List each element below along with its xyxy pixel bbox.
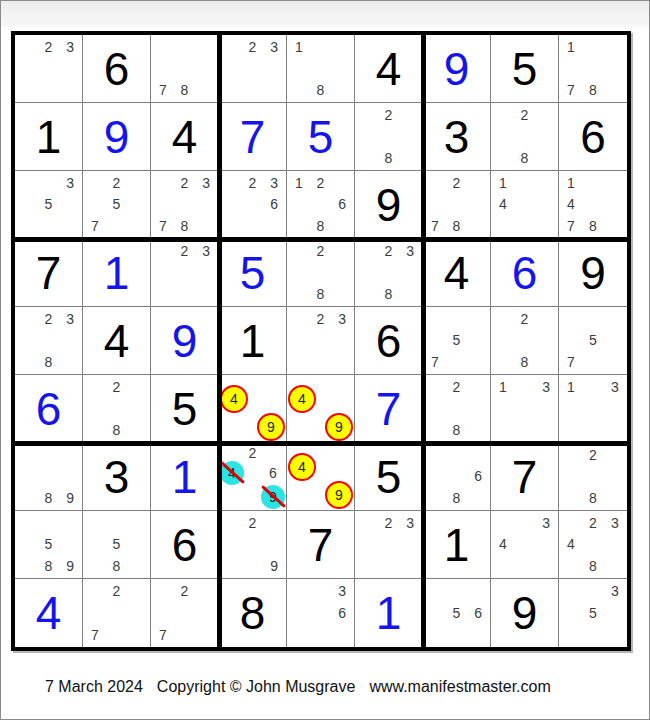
empty-candidate-spot bbox=[356, 283, 378, 305]
cell-r7c7[interactable]: 68 bbox=[423, 443, 491, 511]
empty-candidate-spot bbox=[16, 512, 38, 534]
cell-r4c4[interactable]: 5 bbox=[219, 239, 287, 307]
empty-candidate-spot bbox=[288, 194, 310, 216]
candidate-8: 8 bbox=[106, 555, 128, 577]
cell-r7c5[interactable]: 49 bbox=[287, 443, 355, 511]
candidate-9: 9 bbox=[257, 413, 285, 441]
cell-r3c6[interactable]: 9 bbox=[355, 171, 423, 239]
candidate-2: 2 bbox=[378, 240, 400, 262]
cell-r1c2[interactable]: 6 bbox=[83, 35, 151, 103]
cell-r9c5[interactable]: 36 bbox=[287, 579, 355, 647]
candidate-grid: 57 bbox=[560, 308, 626, 373]
cell-r8c5[interactable]: 7 bbox=[287, 511, 355, 579]
candidate-4: 4 bbox=[288, 453, 316, 481]
empty-candidate-spot bbox=[467, 351, 489, 373]
cell-r8c3[interactable]: 6 bbox=[151, 511, 219, 579]
empty-candidate-spot bbox=[492, 104, 514, 126]
empty-candidate-spot bbox=[59, 58, 81, 80]
empty-candidate-spot bbox=[257, 385, 285, 413]
cell-r2c6[interactable]: 28 bbox=[355, 103, 423, 171]
cell-r3c4[interactable]: 236 bbox=[219, 171, 287, 239]
empty-candidate-spot bbox=[248, 376, 257, 385]
empty-candidate-spot bbox=[220, 555, 242, 577]
candidate-7: 7 bbox=[152, 215, 174, 237]
empty-candidate-spot bbox=[127, 172, 149, 194]
empty-candidate-spot bbox=[399, 126, 421, 148]
empty-candidate-spot bbox=[492, 419, 514, 441]
candidate-grid: 278 bbox=[424, 172, 489, 237]
empty-candidate-spot bbox=[399, 104, 421, 126]
eliminated-candidate-circle: 9 bbox=[261, 485, 285, 509]
cell-r6c1[interactable]: 6 bbox=[15, 375, 83, 443]
cell-r6c6[interactable]: 7 bbox=[355, 375, 423, 443]
empty-candidate-spot bbox=[560, 58, 582, 80]
candidate-grid: 28 bbox=[84, 376, 149, 441]
cell-r5c8[interactable]: 28 bbox=[491, 307, 559, 375]
empty-candidate-spot bbox=[84, 555, 106, 577]
given-digit: 1 bbox=[219, 307, 286, 374]
candidate-7: 7 bbox=[560, 79, 582, 101]
cell-r1c1[interactable]: 23 bbox=[15, 35, 83, 103]
eliminated-candidate-circle: 4 bbox=[220, 461, 244, 485]
candidate-4: 4 bbox=[288, 385, 316, 413]
candidate-grid: 27 bbox=[84, 580, 149, 646]
cell-r1c5[interactable]: 18 bbox=[287, 35, 355, 103]
candidate-9: 9 bbox=[325, 481, 353, 509]
empty-candidate-spot bbox=[535, 534, 557, 556]
empty-candidate-spot bbox=[288, 262, 310, 284]
given-digit: 9 bbox=[355, 171, 422, 238]
empty-candidate-spot bbox=[59, 215, 81, 237]
empty-candidate-spot bbox=[16, 36, 38, 58]
candidate-3: 3 bbox=[331, 308, 353, 330]
given-digit: 1 bbox=[423, 511, 490, 578]
empty-candidate-spot bbox=[288, 283, 310, 305]
empty-candidate-spot bbox=[220, 485, 244, 509]
empty-candidate-spot bbox=[84, 194, 106, 216]
cell-r6c8[interactable]: 13 bbox=[491, 375, 559, 443]
empty-candidate-spot bbox=[152, 240, 174, 262]
empty-candidate-spot bbox=[59, 351, 81, 373]
candidate-2: 2 bbox=[514, 308, 536, 330]
empty-candidate-spot bbox=[84, 398, 106, 420]
cell-r7c8[interactable]: 7 bbox=[491, 443, 559, 511]
entered-digit: 6 bbox=[15, 375, 82, 442]
empty-candidate-spot bbox=[127, 555, 149, 577]
candidate-3: 3 bbox=[535, 512, 557, 534]
cell-r4c5[interactable]: 28 bbox=[287, 239, 355, 307]
empty-candidate-spot bbox=[242, 79, 264, 101]
cell-r1c6[interactable]: 4 bbox=[355, 35, 423, 103]
candidate-grid: 257 bbox=[84, 172, 149, 237]
candidate-5: 5 bbox=[106, 534, 128, 556]
empty-candidate-spot bbox=[492, 555, 514, 577]
empty-candidate-spot bbox=[399, 534, 421, 556]
empty-candidate-spot bbox=[16, 215, 38, 237]
empty-candidate-spot bbox=[220, 79, 242, 101]
empty-candidate-spot bbox=[331, 624, 353, 646]
cell-r7c9[interactable]: 28 bbox=[559, 443, 627, 511]
candidate-9: 9 bbox=[261, 485, 285, 509]
cell-r7c3[interactable]: 1 bbox=[151, 443, 219, 511]
empty-candidate-spot bbox=[288, 376, 316, 385]
empty-candidate-spot bbox=[535, 555, 557, 577]
cell-r8c2[interactable]: 58 bbox=[83, 511, 151, 579]
entered-digit: 5 bbox=[219, 239, 286, 306]
given-digit: 4 bbox=[355, 35, 422, 102]
empty-candidate-spot bbox=[195, 36, 217, 58]
empty-candidate-spot bbox=[378, 126, 400, 148]
empty-candidate-spot bbox=[604, 58, 626, 80]
candidate-7: 7 bbox=[84, 215, 106, 237]
empty-candidate-spot bbox=[331, 215, 353, 237]
candidate-3: 3 bbox=[263, 172, 285, 194]
cell-r5c6[interactable]: 6 bbox=[355, 307, 423, 375]
candidate-6: 6 bbox=[261, 461, 285, 485]
empty-candidate-spot bbox=[242, 194, 264, 216]
cell-r4c6[interactable]: 238 bbox=[355, 239, 423, 307]
cell-r9c4[interactable]: 8 bbox=[219, 579, 287, 647]
cell-r6c3[interactable]: 5 bbox=[151, 375, 219, 443]
given-digit: 5 bbox=[151, 375, 218, 442]
given-digit: 3 bbox=[83, 443, 150, 510]
cell-r7c6[interactable]: 5 bbox=[355, 443, 423, 511]
candidate-8: 8 bbox=[174, 215, 196, 237]
cell-r5c7[interactable]: 57 bbox=[423, 307, 491, 375]
empty-candidate-spot bbox=[446, 624, 468, 646]
empty-candidate-spot bbox=[446, 580, 468, 602]
given-digit: 6 bbox=[559, 103, 627, 170]
empty-candidate-spot bbox=[514, 555, 536, 577]
empty-candidate-spot bbox=[288, 602, 310, 624]
empty-candidate-spot bbox=[59, 512, 81, 534]
empty-candidate-spot bbox=[38, 58, 60, 80]
cell-r2c9[interactable]: 6 bbox=[559, 103, 627, 171]
empty-candidate-spot bbox=[424, 376, 446, 398]
cell-r9c7[interactable]: 56 bbox=[423, 579, 491, 647]
empty-candidate-spot bbox=[535, 104, 557, 126]
empty-candidate-spot bbox=[424, 487, 446, 509]
candidate-2: 2 bbox=[242, 36, 264, 58]
candidate-5: 5 bbox=[38, 534, 60, 556]
candidate-grid: 28 bbox=[288, 240, 353, 305]
candidate-2: 2 bbox=[378, 512, 400, 534]
cell-r7c2[interactable]: 3 bbox=[83, 443, 151, 511]
cell-r4c3[interactable]: 23 bbox=[151, 239, 219, 307]
empty-candidate-spot bbox=[220, 413, 248, 441]
empty-candidate-spot bbox=[514, 172, 536, 194]
entered-digit: 1 bbox=[151, 443, 218, 510]
empty-candidate-spot bbox=[288, 413, 316, 441]
given-digit: 8 bbox=[219, 579, 286, 647]
candidate-grid: 28 bbox=[424, 376, 489, 441]
empty-candidate-spot bbox=[492, 398, 514, 420]
empty-candidate-spot bbox=[535, 330, 557, 352]
candidate-9: 9 bbox=[325, 413, 353, 441]
empty-candidate-spot bbox=[356, 512, 378, 534]
cell-r6c9[interactable]: 13 bbox=[559, 375, 627, 443]
candidate-5: 5 bbox=[582, 602, 604, 624]
candidate-grid: 23 bbox=[288, 308, 353, 373]
empty-candidate-spot bbox=[38, 79, 60, 101]
candidate-8: 8 bbox=[582, 555, 604, 577]
given-digit: 4 bbox=[151, 103, 218, 170]
cell-r6c7[interactable]: 28 bbox=[423, 375, 491, 443]
cell-r1c4[interactable]: 23 bbox=[219, 35, 287, 103]
empty-candidate-spot bbox=[424, 444, 446, 466]
candidate-8: 8 bbox=[38, 487, 60, 509]
empty-candidate-spot bbox=[195, 58, 217, 80]
cell-r5c5[interactable]: 23 bbox=[287, 307, 355, 375]
empty-candidate-spot bbox=[582, 58, 604, 80]
empty-candidate-spot bbox=[325, 453, 353, 481]
candidate-2: 2 bbox=[446, 376, 468, 398]
cell-r8c4[interactable]: 29 bbox=[219, 511, 287, 579]
empty-candidate-spot bbox=[16, 466, 38, 488]
empty-candidate-spot bbox=[106, 398, 128, 420]
empty-candidate-spot bbox=[195, 580, 217, 602]
candidate-grid: 238 bbox=[16, 308, 81, 373]
cell-r7c1[interactable]: 89 bbox=[15, 443, 83, 511]
cell-r5c3[interactable]: 9 bbox=[151, 307, 219, 375]
empty-candidate-spot bbox=[560, 419, 582, 441]
empty-candidate-spot bbox=[467, 215, 489, 237]
thick-gridline-vertical-1 bbox=[217, 35, 222, 647]
cell-r2c7[interactable]: 3 bbox=[423, 103, 491, 171]
empty-candidate-spot bbox=[127, 398, 149, 420]
empty-candidate-spot bbox=[220, 36, 242, 58]
empty-candidate-spot bbox=[174, 283, 196, 305]
cell-r2c4[interactable]: 7 bbox=[219, 103, 287, 171]
candidate-2: 2 bbox=[582, 444, 604, 466]
cell-r9c2[interactable]: 27 bbox=[83, 579, 151, 647]
empty-candidate-spot bbox=[127, 580, 149, 602]
empty-candidate-spot bbox=[316, 413, 325, 441]
empty-candidate-spot bbox=[582, 398, 604, 420]
cell-r4c2[interactable]: 1 bbox=[83, 239, 151, 307]
cell-r8c9[interactable]: 2348 bbox=[559, 511, 627, 579]
entered-digit: 9 bbox=[151, 307, 218, 374]
empty-candidate-spot bbox=[152, 262, 174, 284]
cell-r1c3[interactable]: 78 bbox=[151, 35, 219, 103]
cell-r6c4[interactable]: 49 bbox=[219, 375, 287, 443]
candidate-2: 2 bbox=[106, 376, 128, 398]
candidate-grid: 13 bbox=[492, 376, 557, 441]
empty-candidate-spot bbox=[467, 580, 489, 602]
entered-digit: 9 bbox=[423, 35, 490, 102]
empty-candidate-spot bbox=[127, 376, 149, 398]
candidate-2: 2 bbox=[174, 240, 196, 262]
cell-r4c1[interactable]: 7 bbox=[15, 239, 83, 307]
candidate-8: 8 bbox=[106, 419, 128, 441]
candidate-8: 8 bbox=[310, 215, 332, 237]
cell-r4c7[interactable]: 4 bbox=[423, 239, 491, 307]
candidate-8: 8 bbox=[310, 283, 332, 305]
cell-r1c7[interactable]: 9 bbox=[423, 35, 491, 103]
candidate-8: 8 bbox=[446, 215, 468, 237]
candidate-6: 6 bbox=[467, 466, 489, 488]
empty-candidate-spot bbox=[152, 58, 174, 80]
empty-candidate-spot bbox=[174, 602, 196, 624]
empty-candidate-spot bbox=[331, 172, 353, 194]
empty-candidate-spot bbox=[560, 466, 582, 488]
candidate-2: 2 bbox=[310, 172, 332, 194]
empty-candidate-spot bbox=[38, 215, 60, 237]
empty-candidate-spot bbox=[263, 215, 285, 237]
cell-r5c2[interactable]: 4 bbox=[83, 307, 151, 375]
candidate-8: 8 bbox=[582, 215, 604, 237]
cell-r8c7[interactable]: 1 bbox=[423, 511, 491, 579]
candidate-2: 2 bbox=[38, 308, 60, 330]
cell-r2c5[interactable]: 5 bbox=[287, 103, 355, 171]
entered-digit: 7 bbox=[219, 103, 286, 170]
candidate-3: 3 bbox=[399, 512, 421, 534]
empty-candidate-spot bbox=[604, 534, 626, 556]
empty-candidate-spot bbox=[16, 172, 38, 194]
empty-candidate-spot bbox=[604, 330, 626, 352]
empty-candidate-spot bbox=[310, 351, 332, 373]
candidate-8: 8 bbox=[38, 555, 60, 577]
empty-candidate-spot bbox=[16, 555, 38, 577]
empty-candidate-spot bbox=[535, 194, 557, 216]
cell-r4c8[interactable]: 6 bbox=[491, 239, 559, 307]
cell-r3c2[interactable]: 257 bbox=[83, 171, 151, 239]
candidate-8: 8 bbox=[310, 79, 332, 101]
empty-candidate-spot bbox=[399, 555, 421, 577]
candidate-9: 9 bbox=[59, 487, 81, 509]
empty-candidate-spot bbox=[604, 419, 626, 441]
empty-candidate-spot bbox=[467, 194, 489, 216]
empty-candidate-spot bbox=[248, 413, 257, 441]
empty-candidate-spot bbox=[38, 330, 60, 352]
cell-r2c3[interactable]: 4 bbox=[151, 103, 219, 171]
empty-candidate-spot bbox=[263, 79, 285, 101]
empty-candidate-spot bbox=[582, 194, 604, 216]
empty-candidate-spot bbox=[604, 194, 626, 216]
empty-candidate-spot bbox=[220, 512, 242, 534]
empty-candidate-spot bbox=[560, 624, 582, 646]
candidate-grid: 29 bbox=[220, 512, 285, 577]
cell-r1c8[interactable]: 5 bbox=[491, 35, 559, 103]
given-digit: 7 bbox=[491, 443, 558, 510]
given-digit: 6 bbox=[151, 511, 218, 578]
empty-candidate-spot bbox=[582, 376, 604, 398]
cell-r7c4[interactable]: 2469 bbox=[219, 443, 287, 511]
empty-candidate-spot bbox=[310, 262, 332, 284]
empty-candidate-spot bbox=[356, 126, 378, 148]
cell-r3c7[interactable]: 278 bbox=[423, 171, 491, 239]
candidate-7: 7 bbox=[424, 215, 446, 237]
empty-candidate-spot bbox=[263, 512, 285, 534]
empty-candidate-spot bbox=[16, 308, 38, 330]
empty-candidate-spot bbox=[331, 283, 353, 305]
empty-candidate-spot bbox=[152, 172, 174, 194]
highlighted-candidate-circle: 4 bbox=[288, 453, 316, 481]
cell-r8c6[interactable]: 23 bbox=[355, 511, 423, 579]
candidate-grid: 178 bbox=[560, 36, 626, 101]
entered-digit: 4 bbox=[15, 579, 82, 647]
candidate-grid: 35 bbox=[16, 172, 81, 237]
empty-candidate-spot bbox=[127, 512, 149, 534]
empty-candidate-spot bbox=[604, 466, 626, 488]
empty-candidate-spot bbox=[84, 602, 106, 624]
empty-candidate-spot bbox=[288, 240, 310, 262]
cell-r3c3[interactable]: 2378 bbox=[151, 171, 219, 239]
entered-digit: 7 bbox=[355, 375, 422, 442]
candidate-2: 2 bbox=[244, 444, 261, 461]
sudoku-board: 2367823184951781947528328635257237823612… bbox=[11, 31, 631, 651]
candidate-grid: 23 bbox=[220, 36, 285, 101]
cell-r3c1[interactable]: 35 bbox=[15, 171, 83, 239]
cell-r6c5[interactable]: 49 bbox=[287, 375, 355, 443]
empty-candidate-spot bbox=[446, 351, 468, 373]
empty-candidate-spot bbox=[310, 36, 332, 58]
cell-r5c9[interactable]: 57 bbox=[559, 307, 627, 375]
empty-candidate-spot bbox=[242, 215, 264, 237]
cell-r8c8[interactable]: 34 bbox=[491, 511, 559, 579]
empty-candidate-spot bbox=[195, 194, 217, 216]
cell-r9c6[interactable]: 1 bbox=[355, 579, 423, 647]
candidate-5: 5 bbox=[446, 330, 468, 352]
candidate-grid: 36 bbox=[288, 580, 353, 646]
cell-r2c2[interactable]: 9 bbox=[83, 103, 151, 171]
cell-r3c8[interactable]: 14 bbox=[491, 171, 559, 239]
empty-candidate-spot bbox=[604, 215, 626, 237]
empty-candidate-spot bbox=[316, 376, 325, 385]
candidate-grid: 57 bbox=[424, 308, 489, 373]
cell-r5c1[interactable]: 238 bbox=[15, 307, 83, 375]
candidate-4: 4 bbox=[560, 194, 582, 216]
cell-r9c1[interactable]: 4 bbox=[15, 579, 83, 647]
cell-r1c9[interactable]: 178 bbox=[559, 35, 627, 103]
empty-candidate-spot bbox=[106, 512, 128, 534]
empty-candidate-spot bbox=[467, 172, 489, 194]
cell-r3c5[interactable]: 1268 bbox=[287, 171, 355, 239]
cell-r2c1[interactable]: 1 bbox=[15, 103, 83, 171]
candidate-grid: 49 bbox=[288, 376, 353, 441]
cell-r8c1[interactable]: 589 bbox=[15, 511, 83, 579]
candidate-grid: 28 bbox=[492, 308, 557, 373]
cell-r9c9[interactable]: 35 bbox=[559, 579, 627, 647]
empty-candidate-spot bbox=[59, 444, 81, 466]
cell-r9c3[interactable]: 27 bbox=[151, 579, 219, 647]
empty-candidate-spot bbox=[127, 194, 149, 216]
empty-candidate-spot bbox=[604, 487, 626, 509]
empty-candidate-spot bbox=[514, 534, 536, 556]
cell-r3c9[interactable]: 1478 bbox=[559, 171, 627, 239]
empty-candidate-spot bbox=[535, 126, 557, 148]
candidate-1: 1 bbox=[288, 172, 310, 194]
empty-candidate-spot bbox=[378, 262, 400, 284]
empty-candidate-spot bbox=[244, 485, 261, 509]
highlighted-candidate-circle: 4 bbox=[288, 385, 316, 413]
empty-candidate-spot bbox=[325, 376, 353, 385]
cell-r4c9[interactable]: 9 bbox=[559, 239, 627, 307]
cell-r2c8[interactable]: 28 bbox=[491, 103, 559, 171]
cell-r5c4[interactable]: 1 bbox=[219, 307, 287, 375]
footer: 7 March 2024 Copyright © John Musgrave w… bbox=[45, 678, 551, 696]
cell-r6c2[interactable]: 28 bbox=[83, 375, 151, 443]
candidate-grid: 49 bbox=[288, 444, 353, 509]
empty-candidate-spot bbox=[604, 444, 626, 466]
empty-candidate-spot bbox=[560, 444, 582, 466]
empty-candidate-spot bbox=[84, 172, 106, 194]
empty-candidate-spot bbox=[152, 602, 174, 624]
cell-r9c8[interactable]: 9 bbox=[491, 579, 559, 647]
candidate-7: 7 bbox=[560, 215, 582, 237]
candidate-1: 1 bbox=[492, 172, 514, 194]
empty-candidate-spot bbox=[288, 624, 310, 646]
